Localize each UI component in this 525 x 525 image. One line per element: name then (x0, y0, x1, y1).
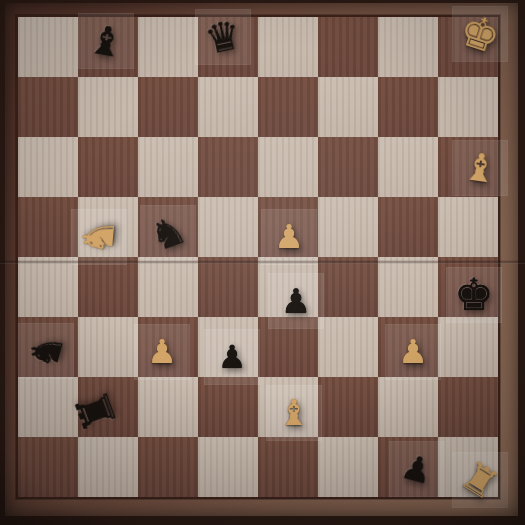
square-a1[interactable] (18, 437, 78, 497)
square-f6[interactable] (318, 137, 378, 197)
square-d7[interactable] (198, 77, 258, 137)
square-h3[interactable] (438, 317, 498, 377)
square-e1[interactable] (258, 437, 318, 497)
square-b7[interactable] (78, 77, 138, 137)
square-c4[interactable] (138, 257, 198, 317)
white-pawn-c3[interactable]: ♟ (132, 322, 192, 382)
square-c7[interactable] (138, 77, 198, 137)
square-d6[interactable] (198, 137, 258, 197)
square-f8[interactable] (318, 17, 378, 77)
square-g4[interactable] (378, 257, 438, 317)
square-g6[interactable] (378, 137, 438, 197)
square-c1[interactable] (138, 437, 198, 497)
square-e6[interactable] (258, 137, 318, 197)
white-pawn-e5[interactable]: ♟ (259, 207, 319, 267)
white-bishop-e2[interactable]: ♝ (264, 383, 324, 443)
black-pawn-d3[interactable]: ♟ (202, 327, 262, 387)
black-pawn-e4[interactable]: ♟ (266, 271, 326, 331)
square-g2[interactable] (378, 377, 438, 437)
square-h7[interactable] (438, 77, 498, 137)
square-a6[interactable] (18, 137, 78, 197)
square-f7[interactable] (318, 77, 378, 137)
square-g7[interactable] (378, 77, 438, 137)
square-d1[interactable] (198, 437, 258, 497)
square-d5[interactable] (198, 197, 258, 257)
square-d4[interactable] (198, 257, 258, 317)
square-c2[interactable] (138, 377, 198, 437)
square-g8[interactable] (378, 17, 438, 77)
square-e7[interactable] (258, 77, 318, 137)
chessboard-photo: ♝♛♚♝♞♞♟♟♚♞♟♟♟♜♝♟♜ (0, 0, 525, 525)
square-f1[interactable] (318, 437, 378, 497)
square-a7[interactable] (18, 77, 78, 137)
square-e8[interactable] (258, 17, 318, 77)
square-f5[interactable] (318, 197, 378, 257)
black-queen-d8[interactable]: ♛ (187, 1, 258, 72)
white-knight-b5[interactable]: ♞ (66, 204, 131, 269)
square-h5[interactable] (438, 197, 498, 257)
black-king-h4[interactable]: ♚ (444, 265, 504, 325)
square-a4[interactable] (18, 257, 78, 317)
square-f3[interactable] (318, 317, 378, 377)
square-b3[interactable] (78, 317, 138, 377)
black-bishop-b8[interactable]: ♝ (71, 6, 141, 76)
square-f4[interactable] (318, 257, 378, 317)
white-pawn-g3[interactable]: ♟ (383, 322, 443, 382)
square-g5[interactable] (378, 197, 438, 257)
square-c6[interactable] (138, 137, 198, 197)
square-a8[interactable] (18, 17, 78, 77)
square-b6[interactable] (78, 137, 138, 197)
square-f2[interactable] (318, 377, 378, 437)
white-bishop-h6[interactable]: ♝ (446, 134, 514, 202)
square-h2[interactable] (438, 377, 498, 437)
